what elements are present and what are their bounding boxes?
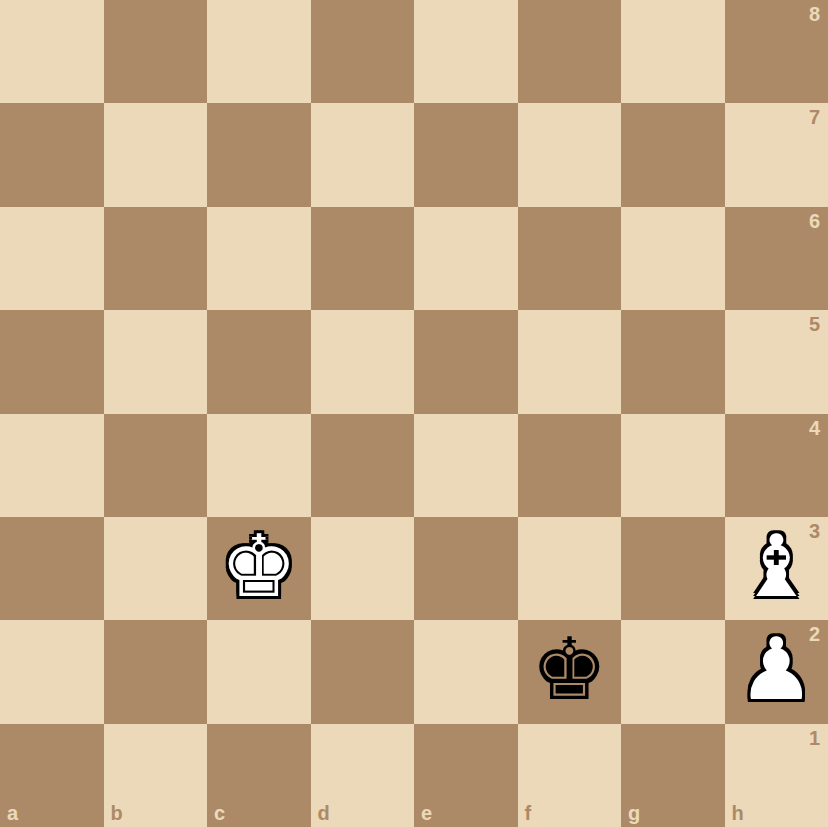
square-a4[interactable]	[0, 414, 104, 517]
square-c4[interactable]	[207, 414, 311, 517]
square-h4[interactable]: 4	[725, 414, 828, 517]
square-c7[interactable]	[207, 103, 311, 206]
chess-board: 87654♚3♝♚2♟abcdefgh1	[0, 0, 828, 827]
square-c1[interactable]: c	[207, 724, 311, 827]
file-label-e: e	[421, 803, 432, 823]
square-a5[interactable]	[0, 310, 104, 413]
square-h5[interactable]: 5	[725, 310, 828, 413]
square-b1[interactable]: b	[104, 724, 208, 827]
square-g3[interactable]	[621, 517, 725, 620]
square-h7[interactable]: 7	[725, 103, 828, 206]
square-e7[interactable]	[414, 103, 518, 206]
square-b5[interactable]	[104, 310, 208, 413]
square-b3[interactable]	[104, 517, 208, 620]
square-b2[interactable]	[104, 620, 208, 723]
square-c3[interactable]: ♚	[207, 517, 311, 620]
file-label-b: b	[111, 803, 123, 823]
square-g7[interactable]	[621, 103, 725, 206]
square-a2[interactable]	[0, 620, 104, 723]
square-g8[interactable]	[621, 0, 725, 103]
square-e5[interactable]	[414, 310, 518, 413]
file-label-f: f	[525, 803, 532, 823]
square-b7[interactable]	[104, 103, 208, 206]
square-c5[interactable]	[207, 310, 311, 413]
file-label-g: g	[628, 803, 640, 823]
square-b6[interactable]	[104, 207, 208, 310]
rank-label-4: 4	[809, 418, 820, 438]
white-bishop[interactable]: ♝	[738, 523, 815, 609]
square-f5[interactable]	[518, 310, 622, 413]
file-label-d: d	[318, 803, 330, 823]
square-d2[interactable]	[311, 620, 415, 723]
square-g1[interactable]: g	[621, 724, 725, 827]
square-f8[interactable]	[518, 0, 622, 103]
square-c8[interactable]	[207, 0, 311, 103]
square-c6[interactable]	[207, 207, 311, 310]
square-f6[interactable]	[518, 207, 622, 310]
square-h1[interactable]: h1	[725, 724, 828, 827]
square-d1[interactable]: d	[311, 724, 415, 827]
square-g5[interactable]	[621, 310, 725, 413]
square-f1[interactable]: f	[518, 724, 622, 827]
square-h2[interactable]: 2♟	[725, 620, 828, 723]
rank-label-8: 8	[809, 4, 820, 24]
rank-label-7: 7	[809, 107, 820, 127]
square-g4[interactable]	[621, 414, 725, 517]
square-f7[interactable]	[518, 103, 622, 206]
file-label-c: c	[214, 803, 225, 823]
square-e2[interactable]	[414, 620, 518, 723]
square-c2[interactable]	[207, 620, 311, 723]
square-a6[interactable]	[0, 207, 104, 310]
square-h6[interactable]: 6	[725, 207, 828, 310]
square-e8[interactable]	[414, 0, 518, 103]
square-d5[interactable]	[311, 310, 415, 413]
rank-label-6: 6	[809, 211, 820, 231]
black-king[interactable]: ♚	[531, 626, 608, 712]
square-a7[interactable]	[0, 103, 104, 206]
square-f3[interactable]	[518, 517, 622, 620]
square-d6[interactable]	[311, 207, 415, 310]
square-b8[interactable]	[104, 0, 208, 103]
rank-label-1: 1	[809, 728, 820, 748]
white-pawn[interactable]: ♟	[738, 626, 815, 712]
square-e4[interactable]	[414, 414, 518, 517]
square-a1[interactable]: a	[0, 724, 104, 827]
square-g6[interactable]	[621, 207, 725, 310]
file-label-h: h	[732, 803, 744, 823]
square-d3[interactable]	[311, 517, 415, 620]
square-b4[interactable]	[104, 414, 208, 517]
square-d4[interactable]	[311, 414, 415, 517]
white-king[interactable]: ♚	[220, 523, 297, 609]
file-label-a: a	[7, 803, 18, 823]
square-g2[interactable]	[621, 620, 725, 723]
square-h8[interactable]: 8	[725, 0, 828, 103]
square-a8[interactable]	[0, 0, 104, 103]
square-h3[interactable]: 3♝	[725, 517, 828, 620]
square-f2[interactable]: ♚	[518, 620, 622, 723]
square-e6[interactable]	[414, 207, 518, 310]
square-a3[interactable]	[0, 517, 104, 620]
square-f4[interactable]	[518, 414, 622, 517]
square-d7[interactable]	[311, 103, 415, 206]
rank-label-5: 5	[809, 314, 820, 334]
square-e3[interactable]	[414, 517, 518, 620]
square-e1[interactable]: e	[414, 724, 518, 827]
square-d8[interactable]	[311, 0, 415, 103]
